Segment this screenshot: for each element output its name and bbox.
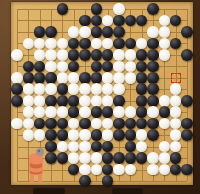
white-stone bbox=[147, 106, 159, 118]
white-stone bbox=[79, 106, 91, 118]
white-stone bbox=[68, 141, 80, 153]
white-stone bbox=[159, 152, 171, 164]
white-stone bbox=[57, 141, 69, 153]
black-stone bbox=[147, 129, 159, 141]
black-stone bbox=[34, 26, 46, 38]
white-stone bbox=[113, 72, 125, 84]
white-stone bbox=[125, 164, 137, 176]
black-stone bbox=[68, 61, 80, 73]
white-stone bbox=[68, 83, 80, 95]
white-stone bbox=[102, 83, 114, 95]
black-stone bbox=[68, 38, 80, 50]
black-stone bbox=[68, 164, 80, 176]
black-stone bbox=[34, 118, 46, 130]
black-stone bbox=[102, 164, 114, 176]
black-stone bbox=[91, 106, 103, 118]
white-stone bbox=[147, 164, 159, 176]
white-stone bbox=[125, 49, 137, 61]
black-stone bbox=[147, 61, 159, 73]
white-stone bbox=[45, 38, 57, 50]
white-stone bbox=[159, 26, 171, 38]
black-stone bbox=[113, 15, 125, 27]
black-stone bbox=[102, 152, 114, 164]
white-stone bbox=[170, 129, 182, 141]
black-stone bbox=[45, 129, 57, 141]
white-stone bbox=[147, 26, 159, 38]
black-stone bbox=[136, 49, 148, 61]
black-stone bbox=[136, 152, 148, 164]
black-stone bbox=[102, 61, 114, 73]
white-stone bbox=[79, 129, 91, 141]
black-stone bbox=[181, 26, 193, 38]
white-stone bbox=[34, 95, 46, 107]
white-stone bbox=[170, 106, 182, 118]
black-stone bbox=[23, 72, 35, 84]
black-stone bbox=[57, 129, 69, 141]
white-stone bbox=[102, 95, 114, 107]
black-stone bbox=[23, 61, 35, 73]
black-stone bbox=[136, 83, 148, 95]
black-stone bbox=[91, 72, 103, 84]
white-stone bbox=[79, 83, 91, 95]
black-stone bbox=[79, 175, 91, 187]
white-stone bbox=[34, 129, 46, 141]
black-stone bbox=[147, 118, 159, 130]
black-stone bbox=[136, 72, 148, 84]
white-stone bbox=[159, 118, 171, 130]
black-stone bbox=[34, 61, 46, 73]
black-stone bbox=[68, 95, 80, 107]
white-stone bbox=[102, 118, 114, 130]
black-stone bbox=[125, 141, 137, 153]
black-stone bbox=[136, 118, 148, 130]
black-stone bbox=[113, 118, 125, 130]
white-stone bbox=[34, 49, 46, 61]
white-stone bbox=[159, 49, 171, 61]
black-stone bbox=[45, 72, 57, 84]
white-stone bbox=[102, 38, 114, 50]
black-stone bbox=[125, 129, 137, 141]
last-move-marker bbox=[171, 73, 181, 83]
white-stone bbox=[125, 106, 137, 118]
black-stone bbox=[147, 49, 159, 61]
black-stone bbox=[79, 15, 91, 27]
mascot-head bbox=[36, 148, 44, 156]
white-stone bbox=[57, 106, 69, 118]
black-stone bbox=[79, 49, 91, 61]
white-stone bbox=[45, 106, 57, 118]
black-stone bbox=[79, 118, 91, 130]
white-stone bbox=[91, 164, 103, 176]
white-stone bbox=[23, 118, 35, 130]
black-stone bbox=[91, 49, 103, 61]
white-stone bbox=[102, 72, 114, 84]
black-stone bbox=[91, 3, 103, 15]
black-stone bbox=[147, 95, 159, 107]
black-stone bbox=[170, 15, 182, 27]
black-stone bbox=[79, 38, 91, 50]
white-stone bbox=[159, 15, 171, 27]
black-stone bbox=[57, 95, 69, 107]
white-stone bbox=[159, 164, 171, 176]
white-stone bbox=[11, 118, 23, 130]
white-stone bbox=[170, 83, 182, 95]
white-stone bbox=[159, 38, 171, 50]
white-stone bbox=[91, 118, 103, 130]
white-stone bbox=[11, 49, 23, 61]
mascot-body bbox=[29, 148, 44, 183]
white-stone bbox=[34, 83, 46, 95]
black-stone bbox=[45, 26, 57, 38]
black-stone bbox=[181, 164, 193, 176]
black-stone bbox=[68, 106, 80, 118]
black-stone bbox=[79, 72, 91, 84]
white-stone bbox=[57, 72, 69, 84]
black-stone bbox=[45, 95, 57, 107]
black-stone bbox=[113, 38, 125, 50]
white-stone bbox=[57, 49, 69, 61]
white-stone bbox=[23, 83, 35, 95]
black-stone bbox=[113, 152, 125, 164]
black-stone bbox=[57, 83, 69, 95]
white-stone bbox=[68, 152, 80, 164]
white-stone bbox=[113, 49, 125, 61]
black-stone bbox=[125, 118, 137, 130]
white-stone bbox=[68, 72, 80, 84]
black-stone bbox=[136, 15, 148, 27]
black-stone bbox=[170, 38, 182, 50]
black-stone bbox=[91, 15, 103, 27]
black-stone bbox=[102, 106, 114, 118]
black-stone bbox=[11, 83, 23, 95]
white-stone bbox=[79, 164, 91, 176]
black-stone bbox=[91, 129, 103, 141]
white-stone bbox=[136, 38, 148, 50]
white-stone bbox=[113, 106, 125, 118]
black-stone bbox=[91, 141, 103, 153]
white-stone bbox=[170, 118, 182, 130]
black-stone bbox=[102, 141, 114, 153]
white-stone bbox=[170, 95, 182, 107]
white-stone bbox=[68, 26, 80, 38]
black-stone bbox=[57, 3, 69, 15]
black-stone bbox=[113, 95, 125, 107]
black-stone bbox=[113, 26, 125, 38]
black-stone bbox=[11, 95, 23, 107]
black-stone bbox=[181, 95, 193, 107]
white-stone bbox=[79, 152, 91, 164]
white-stone bbox=[45, 83, 57, 95]
white-stone bbox=[113, 61, 125, 73]
white-stone bbox=[91, 83, 103, 95]
white-stone bbox=[91, 38, 103, 50]
black-stone bbox=[125, 38, 137, 50]
black-stone bbox=[102, 26, 114, 38]
black-stone bbox=[113, 129, 125, 141]
white-stone bbox=[79, 95, 91, 107]
black-stone bbox=[147, 38, 159, 50]
white-stone bbox=[45, 61, 57, 73]
bottom-bar-button-left[interactable] bbox=[33, 187, 65, 194]
white-stone bbox=[125, 72, 137, 84]
white-stone bbox=[57, 61, 69, 73]
white-stone bbox=[79, 141, 91, 153]
black-stone bbox=[125, 152, 137, 164]
black-stone bbox=[91, 26, 103, 38]
black-stone bbox=[181, 49, 193, 61]
white-stone bbox=[23, 129, 35, 141]
black-stone bbox=[159, 106, 171, 118]
black-stone bbox=[125, 15, 137, 27]
white-stone bbox=[102, 129, 114, 141]
white-stone bbox=[11, 72, 23, 84]
black-stone bbox=[147, 3, 159, 15]
white-stone bbox=[23, 38, 35, 50]
black-stone bbox=[57, 152, 69, 164]
black-stone bbox=[147, 72, 159, 84]
white-stone bbox=[23, 106, 35, 118]
black-stone bbox=[102, 175, 114, 187]
black-stone bbox=[147, 83, 159, 95]
white-stone bbox=[34, 38, 46, 50]
black-stone bbox=[68, 49, 80, 61]
black-stone bbox=[136, 106, 148, 118]
black-stone bbox=[181, 118, 193, 130]
white-stone bbox=[113, 83, 125, 95]
white-stone bbox=[136, 141, 148, 153]
white-stone bbox=[147, 152, 159, 164]
black-stone bbox=[170, 164, 182, 176]
white-stone bbox=[125, 61, 137, 73]
white-stone bbox=[57, 38, 69, 50]
white-stone bbox=[136, 129, 148, 141]
white-stone bbox=[79, 26, 91, 38]
go-app-screenshot bbox=[0, 0, 200, 194]
white-stone bbox=[170, 141, 182, 153]
white-stone bbox=[68, 118, 80, 130]
black-stone bbox=[170, 152, 182, 164]
black-stone bbox=[57, 118, 69, 130]
black-stone bbox=[136, 95, 148, 107]
white-stone bbox=[23, 95, 35, 107]
black-stone bbox=[45, 118, 57, 130]
white-stone bbox=[91, 152, 103, 164]
black-stone bbox=[136, 61, 148, 73]
white-stone bbox=[91, 95, 103, 107]
white-stone bbox=[113, 3, 125, 15]
white-stone bbox=[102, 15, 114, 27]
black-stone bbox=[181, 129, 193, 141]
black-stone bbox=[91, 61, 103, 73]
white-stone bbox=[68, 129, 80, 141]
bottom-bar-button-right[interactable] bbox=[112, 187, 143, 194]
white-stone bbox=[45, 49, 57, 61]
mascot-character bbox=[24, 145, 48, 185]
black-stone bbox=[34, 72, 46, 84]
white-stone bbox=[159, 141, 171, 153]
white-stone bbox=[159, 95, 171, 107]
white-stone bbox=[113, 164, 125, 176]
white-stone bbox=[34, 106, 46, 118]
black-stone bbox=[102, 49, 114, 61]
